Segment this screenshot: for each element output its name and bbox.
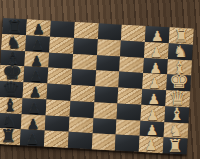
piece-black-pawn-a7: ♟	[26, 133, 39, 146]
piece-black-pawn-h7: ♟	[32, 23, 45, 36]
square-b7: ♟	[21, 114, 46, 131]
piece-white-rook-a1: ♜	[167, 138, 183, 154]
square-f6	[48, 52, 73, 69]
square-h1: ♜	[169, 27, 194, 44]
chess-board: ♜♟♟♜♞♟♟♞♝♟♟♝♚♟♟♚♛♟♟♛♝♟♟♝♞♟♟♞♜♟♟♜	[0, 18, 194, 154]
square-f7: ♟	[24, 51, 49, 68]
square-h7: ♟	[26, 19, 51, 36]
square-a7: ♟	[20, 129, 45, 146]
square-d1: ♛	[165, 90, 190, 107]
square-f3	[120, 56, 145, 73]
square-a2: ♟	[139, 136, 164, 153]
piece-white-pawn-h2: ♟	[151, 30, 164, 43]
square-e5	[71, 69, 96, 86]
square-e1: ♚	[166, 75, 191, 92]
piece-black-pawn-e7: ♟	[29, 70, 42, 83]
square-d4	[94, 86, 119, 103]
piece-black-bishop-c8: ♝	[2, 98, 17, 113]
square-f5	[72, 53, 97, 70]
square-b6	[45, 115, 70, 132]
square-e2: ♟	[143, 73, 168, 90]
piece-black-pawn-g7: ♟	[31, 39, 44, 52]
square-d7: ♟	[22, 82, 47, 99]
piece-white-knight-g1: ♞	[173, 45, 187, 59]
piece-white-knight-b1: ♞	[169, 124, 183, 138]
square-b1: ♞	[164, 122, 189, 139]
piece-white-pawn-c2: ♟	[147, 108, 160, 121]
square-b8: ♞	[0, 112, 22, 129]
piece-black-rook-h8: ♜	[6, 18, 22, 34]
piece-white-pawn-e2: ♟	[148, 77, 161, 90]
square-b2: ♟	[140, 120, 165, 137]
square-g7: ♟	[25, 35, 50, 52]
square-c1: ♝	[165, 106, 190, 123]
square-f4	[96, 55, 121, 72]
square-b5	[68, 116, 93, 133]
square-h6	[50, 21, 75, 38]
piece-black-pawn-d7: ♟	[28, 86, 41, 99]
square-g1: ♞	[168, 43, 193, 60]
piece-black-pawn-b7: ♟	[27, 117, 40, 130]
square-e8: ♚	[0, 65, 24, 82]
square-d2: ♟	[142, 89, 167, 106]
square-a8: ♜	[0, 128, 21, 145]
square-e3	[119, 72, 144, 89]
square-e7: ♟	[23, 67, 48, 84]
square-c6	[45, 99, 70, 116]
piece-white-bishop-c1: ♝	[169, 107, 184, 122]
square-a6	[44, 131, 69, 148]
square-g8: ♞	[1, 34, 26, 51]
piece-black-rook-a8: ♜	[0, 128, 16, 144]
square-g4	[97, 39, 122, 56]
square-d8: ♛	[0, 81, 23, 98]
square-d5	[70, 85, 95, 102]
piece-white-pawn-a2: ♟	[145, 140, 158, 153]
square-h3	[121, 25, 146, 42]
piece-white-pawn-g2: ♟	[150, 46, 163, 59]
square-g6	[49, 36, 74, 53]
square-d3	[118, 88, 143, 105]
piece-black-pawn-f7: ♟	[30, 55, 43, 68]
square-g5	[73, 38, 98, 55]
piece-white-pawn-f2: ♟	[149, 61, 162, 74]
square-h4	[97, 23, 122, 40]
square-a3	[115, 135, 140, 152]
piece-black-knight-b8: ♞	[2, 114, 16, 128]
square-h8: ♜	[2, 18, 27, 35]
piece-white-queen-d1: ♛	[169, 89, 187, 107]
square-a1: ♜	[163, 137, 188, 154]
piece-black-pawn-c7: ♟	[28, 102, 41, 115]
square-c8: ♝	[0, 97, 22, 114]
square-b3	[116, 119, 141, 136]
piece-white-rook-h1: ♜	[173, 28, 189, 44]
square-c7: ♟	[22, 98, 47, 115]
piece-white-pawn-d2: ♟	[148, 93, 161, 106]
square-e4	[95, 71, 120, 88]
square-f2: ♟	[143, 57, 168, 74]
square-d6	[46, 84, 71, 101]
piece-black-queen-d8: ♛	[2, 79, 20, 97]
square-h2: ♟	[145, 26, 170, 43]
chess-set-photo: ♜♟♟♜♞♟♟♞♝♟♟♝♚♟♟♚♛♟♟♛♝♟♟♝♞♟♟♞♜♟♟♜	[0, 0, 200, 159]
piece-black-bishop-f8: ♝	[5, 51, 20, 66]
square-a4	[91, 133, 116, 150]
square-e6	[47, 68, 72, 85]
square-h5	[74, 22, 99, 39]
square-g3	[120, 40, 145, 57]
square-c5	[69, 101, 94, 118]
piece-white-bishop-f1: ♝	[172, 60, 187, 75]
square-g2: ♟	[144, 42, 169, 59]
square-b4	[92, 118, 117, 135]
square-c3	[117, 103, 142, 120]
square-a5	[67, 132, 92, 149]
square-c2: ♟	[141, 105, 166, 122]
piece-white-pawn-b2: ♟	[146, 124, 159, 137]
square-c4	[93, 102, 118, 119]
square-f1: ♝	[167, 59, 192, 76]
piece-black-knight-g8: ♞	[6, 36, 20, 50]
square-f8: ♝	[0, 49, 25, 66]
